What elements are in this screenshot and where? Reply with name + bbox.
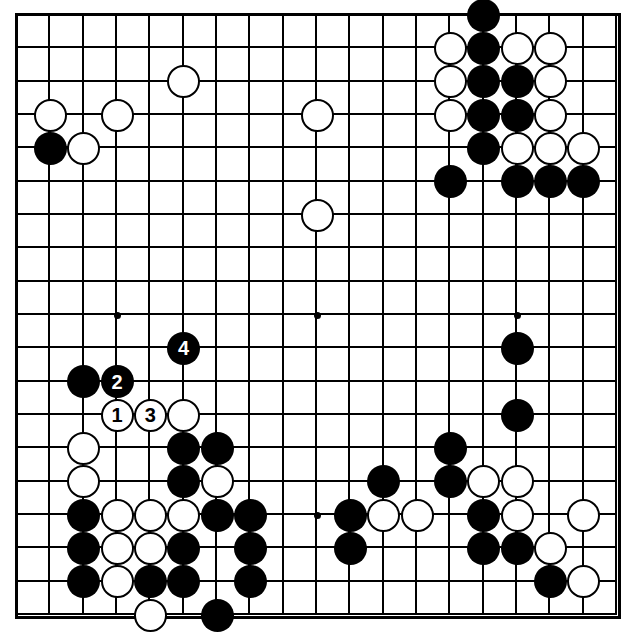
stone-black[interactable] [434,465,467,498]
stone-black[interactable] [201,432,234,465]
stone-white[interactable] [34,99,67,132]
stone-black[interactable] [567,165,600,198]
move-number: 3 [145,405,156,425]
star-point [314,512,321,519]
stone-black[interactable] [501,332,534,365]
stone-black[interactable] [134,565,167,598]
stones-layer: 4213 [17,15,617,615]
stone-white[interactable] [134,532,167,565]
stone-white[interactable] [101,565,134,598]
move-stone-3-white[interactable]: 3 [134,399,167,432]
stone-black[interactable] [67,532,100,565]
star-point [114,312,121,319]
stone-white[interactable] [101,532,134,565]
stone-white[interactable] [67,465,100,498]
stone-black[interactable] [334,499,367,532]
stone-white[interactable] [434,65,467,98]
stone-white[interactable] [167,399,200,432]
stone-black[interactable] [467,532,500,565]
star-point [514,312,521,319]
stone-white[interactable] [534,65,567,98]
move-stone-4-black[interactable]: 4 [167,332,200,365]
stone-black[interactable] [467,65,500,98]
stone-black[interactable] [534,565,567,598]
stone-black[interactable] [367,465,400,498]
stone-white[interactable] [167,65,200,98]
stone-white[interactable] [101,99,134,132]
stone-black[interactable] [501,99,534,132]
stone-black[interactable] [201,499,234,532]
stone-white[interactable] [467,465,500,498]
stone-black[interactable] [501,65,534,98]
stone-black[interactable] [234,565,267,598]
stone-white[interactable] [134,599,167,632]
stone-black[interactable] [234,532,267,565]
star-point [314,312,321,319]
stone-black[interactable] [67,499,100,532]
stone-white[interactable] [534,99,567,132]
stone-white[interactable] [67,132,100,165]
move-number: 2 [111,372,122,392]
stone-black[interactable] [67,365,100,398]
stone-white[interactable] [301,99,334,132]
stone-black[interactable] [167,532,200,565]
stone-white[interactable] [534,532,567,565]
stone-white[interactable] [301,199,334,232]
stone-black[interactable] [534,165,567,198]
stone-white[interactable] [101,499,134,532]
stone-white[interactable] [501,132,534,165]
move-stone-1-white[interactable]: 1 [101,399,134,432]
stone-black[interactable] [34,132,67,165]
move-number: 4 [178,338,189,358]
stone-black[interactable] [467,499,500,532]
stone-black[interactable] [201,599,234,632]
stone-black[interactable] [167,565,200,598]
stone-white[interactable] [201,465,234,498]
stone-black[interactable] [334,532,367,565]
stone-white[interactable] [534,132,567,165]
stone-white[interactable] [501,499,534,532]
stone-black[interactable] [434,432,467,465]
stone-white[interactable] [501,32,534,65]
stone-black[interactable] [167,465,200,498]
stone-white[interactable] [167,499,200,532]
stone-white[interactable] [534,32,567,65]
stone-white[interactable] [501,465,534,498]
stone-black[interactable] [67,565,100,598]
stone-white[interactable] [401,499,434,532]
stone-black[interactable] [434,165,467,198]
stone-black[interactable] [467,32,500,65]
stone-black[interactable] [501,399,534,432]
stone-white[interactable] [434,32,467,65]
stone-black[interactable] [467,132,500,165]
stone-white[interactable] [67,432,100,465]
stone-black[interactable] [501,165,534,198]
move-number: 1 [111,405,122,425]
stone-white[interactable] [567,132,600,165]
stone-black[interactable] [501,532,534,565]
stone-black[interactable] [167,432,200,465]
go-board[interactable]: 4213 [17,15,617,615]
go-diagram: 4213 [0,0,640,640]
stone-black[interactable] [234,499,267,532]
stone-white[interactable] [567,565,600,598]
stone-white[interactable] [567,499,600,532]
move-stone-2-black[interactable]: 2 [101,365,134,398]
stone-black[interactable] [467,0,500,32]
stone-white[interactable] [367,499,400,532]
stone-white[interactable] [134,499,167,532]
stone-white[interactable] [434,99,467,132]
stone-black[interactable] [467,99,500,132]
